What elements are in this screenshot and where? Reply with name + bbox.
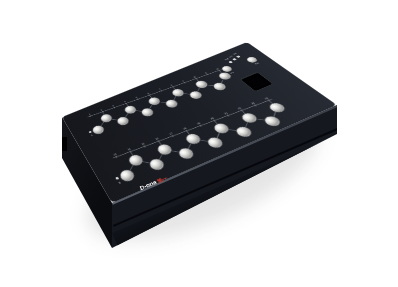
channel-number: 3 (112, 104, 114, 106)
channel-button-22[interactable] (239, 112, 259, 125)
channel-number: 6 (147, 92, 150, 94)
channel-button-17[interactable] (176, 146, 196, 160)
channel-number: 24 (264, 96, 270, 99)
channel-number: 18 (182, 126, 188, 129)
product-photo: 123456789101112A131415161718192021222324… (0, 0, 398, 287)
channel-button-6[interactable] (147, 96, 162, 106)
channel-button-8[interactable] (170, 88, 186, 98)
channel-button-13[interactable] (118, 168, 136, 183)
channel-number: 15 (141, 142, 147, 146)
channel-number: 1 (88, 113, 90, 115)
channel-button-11[interactable] (211, 81, 228, 91)
channel-button-19[interactable] (205, 136, 225, 150)
channel-button-16[interactable] (155, 143, 174, 157)
channel-button-1[interactable] (91, 124, 106, 135)
channel-number: 17 (168, 131, 174, 135)
side-connector-port (62, 137, 67, 151)
channel-ruler-line (88, 70, 222, 117)
channel-number: 4 (124, 100, 128, 102)
channel-number: 7 (158, 88, 161, 90)
channel-tick (90, 115, 91, 116)
channel-number: 14 (127, 147, 132, 151)
channel-number: 13 (113, 152, 118, 156)
channel-button-2[interactable] (99, 113, 113, 124)
channel-button-24[interactable] (267, 101, 288, 114)
channel-button-10[interactable] (194, 79, 210, 89)
channel-button-21[interactable] (234, 125, 255, 139)
channel-button-3[interactable] (116, 116, 131, 127)
channel-button-15[interactable] (147, 157, 166, 172)
channel-number: 20 (210, 116, 216, 119)
channel-number: 8 (170, 84, 173, 86)
channel-number: 9 (181, 80, 184, 82)
bank-indicator-led (115, 177, 119, 180)
channel-button-14[interactable] (127, 153, 145, 167)
bank-indicator-label: A (90, 133, 94, 136)
channel-number: 5 (135, 96, 137, 98)
channel-number: 21 (223, 111, 229, 114)
channel-button-5[interactable] (140, 107, 155, 118)
bank-indicator-led (89, 131, 92, 134)
channel-number: 23 (250, 101, 256, 104)
channel-number: 10 (192, 76, 196, 78)
channel-button-4[interactable] (123, 104, 138, 115)
channel-number: 11 (204, 72, 208, 74)
channel-button-23[interactable] (262, 115, 283, 128)
channel-number: 16 (155, 137, 161, 141)
channel-number: 19 (196, 121, 202, 124)
bank-indicator-label: B (118, 180, 122, 183)
channel-number: 22 (237, 106, 243, 109)
channel-number: 2 (100, 109, 102, 111)
channel-button-20[interactable] (212, 122, 232, 135)
channel-button-18[interactable] (184, 132, 203, 146)
channel-number: 12 (215, 67, 219, 69)
channel-button-9[interactable] (188, 90, 204, 100)
channel-tick (102, 111, 103, 112)
channel-button-7[interactable] (164, 98, 180, 109)
